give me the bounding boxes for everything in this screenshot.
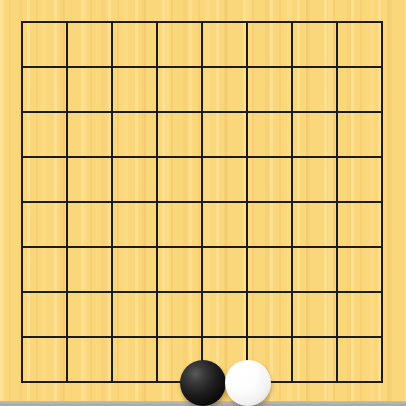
black-stone-glyph: ● (186, 360, 221, 406)
go-board[interactable]: ●○ (0, 0, 406, 406)
board-grid (21, 21, 383, 383)
white-stone-glyph: ○ (231, 360, 266, 406)
black-stone[interactable]: ● (180, 360, 226, 406)
white-stone[interactable]: ○ (225, 360, 271, 406)
